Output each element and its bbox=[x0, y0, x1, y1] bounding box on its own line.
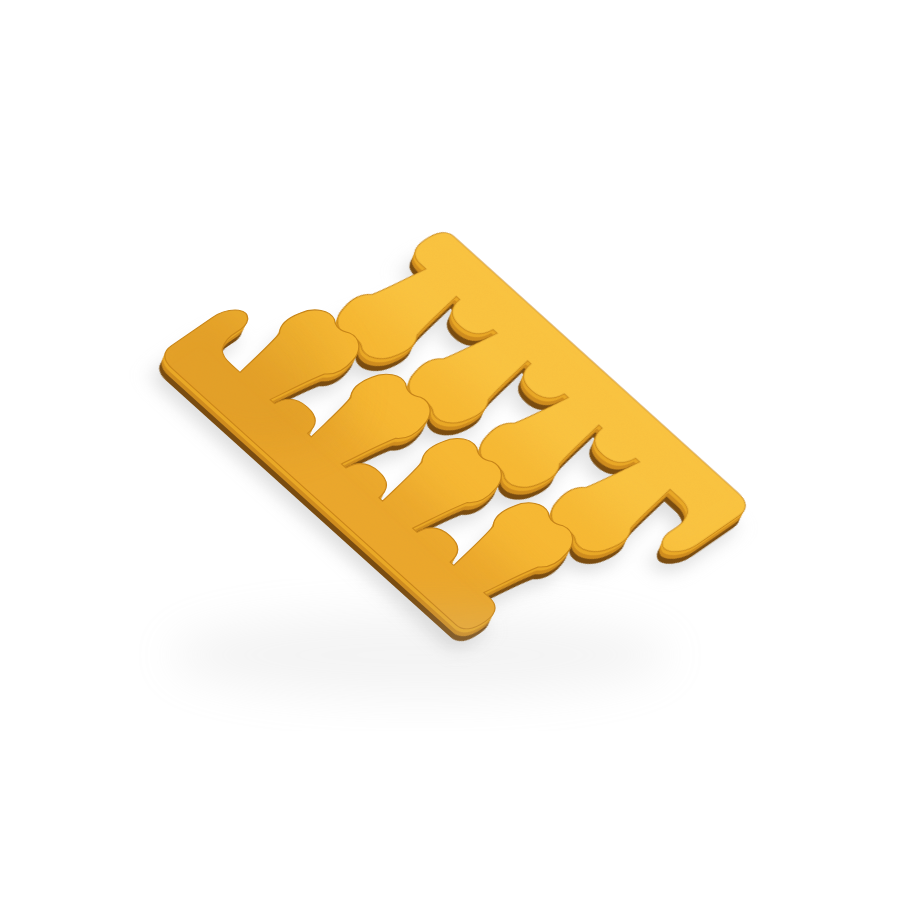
toe-separator-photo bbox=[0, 0, 900, 900]
contact-shadow bbox=[170, 613, 670, 697]
photo-canvas: Product photo of a bright yellow foam pe… bbox=[0, 0, 900, 900]
